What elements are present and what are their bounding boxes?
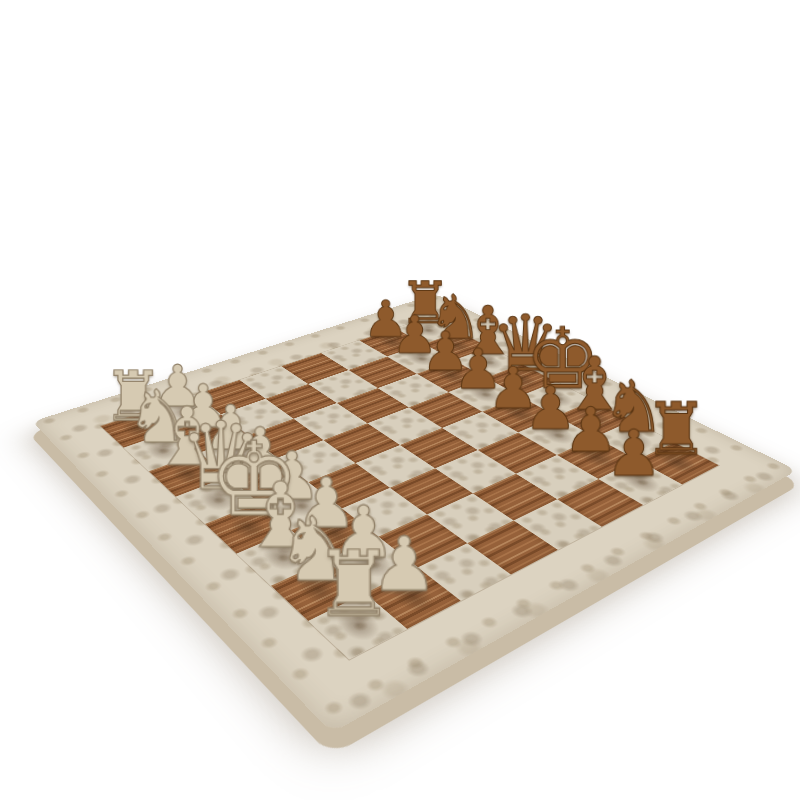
square-d4[interactable]: [323, 423, 400, 463]
piece-white-rook-h1[interactable]: ♜: [313, 539, 384, 629]
square-e4[interactable]: [355, 445, 435, 488]
chess-board: ♜♞♝♛♚♝♞♜♟♟♟♟♟♟♟♟♟♟♟♟♟♟♟♟♜♞♝♛♚♝♞♜: [32, 294, 797, 733]
photo-background: ♜♞♝♛♚♝♞♜♟♟♟♟♟♟♟♟♟♟♟♟♟♟♟♟♜♞♝♛♚♝♞♜: [0, 0, 800, 800]
board-frame: ♜♞♝♛♚♝♞♜♟♟♟♟♟♟♟♟♟♟♟♟♟♟♟♟♜♞♝♛♚♝♞♜: [32, 294, 797, 733]
piece-black-pawn-h7[interactable]: ♟: [605, 421, 663, 485]
square-h1[interactable]: ♜: [308, 593, 407, 659]
